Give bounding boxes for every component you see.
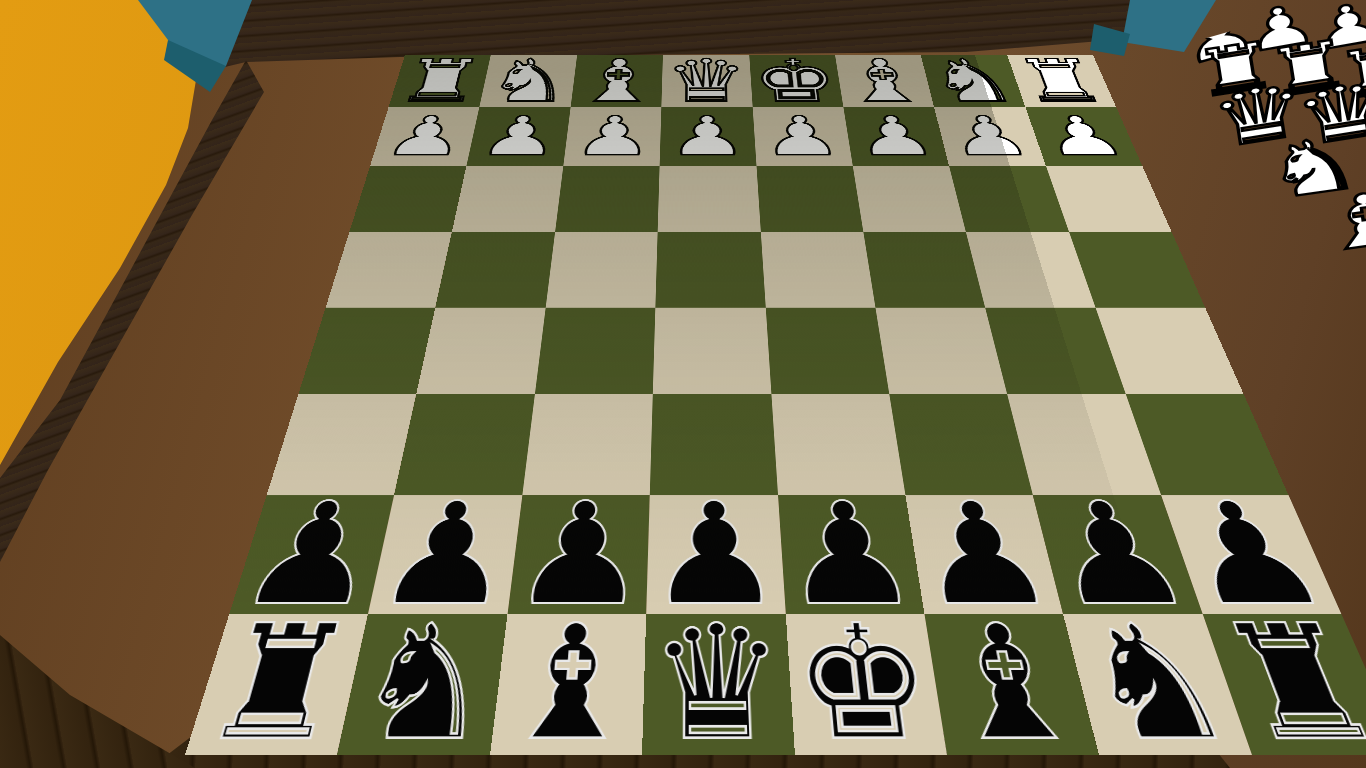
square-e8[interactable]: ♚ bbox=[785, 614, 947, 755]
square-b2[interactable]: ♟ bbox=[467, 107, 571, 166]
square-a2[interactable]: ♟ bbox=[370, 107, 479, 166]
square-c3[interactable] bbox=[555, 166, 660, 232]
square-b1[interactable]: ♞ bbox=[480, 55, 577, 107]
piece-black-queen: ♛ bbox=[646, 606, 790, 765]
piece-white-knight: ♞ bbox=[481, 52, 574, 111]
square-a4[interactable] bbox=[326, 232, 453, 307]
square-c2[interactable]: ♟ bbox=[563, 107, 661, 166]
piece-black-rook: ♜ bbox=[186, 606, 366, 765]
square-h1[interactable]: ♜ bbox=[1007, 55, 1116, 107]
square-a5[interactable] bbox=[298, 308, 435, 395]
game-scene: ♟♟♟♜♜♜♛♛♞♝ ♜♞♝♛♚♝♞♜♟♟♟♟♟♟♟♟♟♟♟♟♟♟♟♟♜♞♝♛♚… bbox=[0, 0, 1366, 768]
square-e1[interactable]: ♚ bbox=[749, 55, 843, 107]
square-e4[interactable] bbox=[761, 232, 876, 307]
square-e2[interactable]: ♟ bbox=[752, 107, 852, 166]
piece-white-queen: ♛ bbox=[664, 52, 750, 111]
square-b5[interactable] bbox=[417, 308, 546, 395]
piece-black-knight: ♞ bbox=[340, 606, 505, 765]
chess-board: ♜♞♝♛♚♝♞♜♟♟♟♟♟♟♟♟♟♟♟♟♟♟♟♟♜♞♝♛♚♝♞♜ bbox=[185, 55, 1195, 755]
square-c8[interactable]: ♝ bbox=[490, 614, 647, 755]
square-f4[interactable] bbox=[863, 232, 985, 307]
piece-white-pawn: ♟ bbox=[379, 110, 472, 164]
piece-white-pawn: ♟ bbox=[942, 110, 1037, 164]
square-b4[interactable] bbox=[436, 232, 555, 307]
square-d2[interactable]: ♟ bbox=[660, 107, 757, 166]
square-e3[interactable] bbox=[756, 166, 863, 232]
square-b3[interactable] bbox=[452, 166, 563, 232]
piece-white-pawn: ♟ bbox=[571, 110, 653, 164]
piece-white-king: ♚ bbox=[751, 52, 841, 111]
square-f1[interactable]: ♝ bbox=[835, 55, 934, 107]
square-h3[interactable] bbox=[1046, 166, 1172, 232]
piece-black-bishop: ♝ bbox=[493, 606, 642, 765]
square-c5[interactable] bbox=[535, 308, 656, 395]
square-d3[interactable] bbox=[658, 166, 761, 232]
square-a1[interactable]: ♜ bbox=[389, 55, 491, 107]
square-c4[interactable] bbox=[546, 232, 658, 307]
square-e5[interactable] bbox=[765, 308, 889, 395]
square-f2[interactable]: ♟ bbox=[843, 107, 949, 166]
piece-white-bishop: ♝ bbox=[837, 52, 932, 111]
piece-white-bishop: ♝ bbox=[573, 52, 661, 111]
piece-white-pawn: ♟ bbox=[851, 110, 940, 164]
square-d5[interactable] bbox=[653, 308, 771, 395]
piece-black-king: ♚ bbox=[789, 606, 944, 765]
piece-white-rook: ♜ bbox=[390, 52, 489, 111]
piece-white-pawn: ♟ bbox=[475, 110, 563, 164]
piece-white-pawn: ♟ bbox=[760, 110, 844, 164]
square-d1[interactable]: ♛ bbox=[661, 55, 752, 107]
square-d4[interactable] bbox=[656, 232, 766, 307]
piece-white-pawn: ♟ bbox=[668, 110, 748, 164]
square-f3[interactable] bbox=[853, 166, 966, 232]
square-d8[interactable]: ♛ bbox=[642, 614, 794, 755]
square-b8[interactable]: ♞ bbox=[337, 614, 507, 755]
board-perspective-scene: ♜♞♝♛♚♝♞♜♟♟♟♟♟♟♟♟♟♟♟♟♟♟♟♟♜♞♝♛♚♝♞♜ bbox=[0, 0, 1366, 768]
square-c1[interactable]: ♝ bbox=[571, 55, 664, 107]
square-f5[interactable] bbox=[875, 308, 1007, 395]
square-h2[interactable]: ♟ bbox=[1025, 107, 1142, 166]
square-a3[interactable] bbox=[349, 166, 466, 232]
piece-white-pawn: ♟ bbox=[1034, 110, 1134, 164]
piece-white-rook: ♜ bbox=[1009, 52, 1116, 111]
